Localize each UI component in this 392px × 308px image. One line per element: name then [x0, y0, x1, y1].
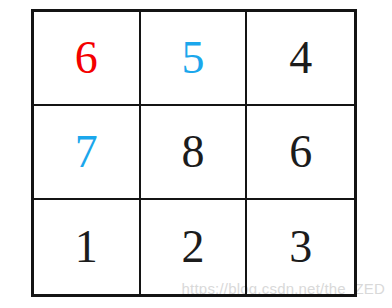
grid-cell-r1c1: 8	[141, 106, 248, 200]
grid-cell-r2c2: 3	[247, 200, 354, 294]
grid-cell-r2c0: 1	[34, 200, 141, 294]
page: https://blog.csdn.net/the_ZED 6 5 4 7 8 …	[0, 0, 392, 308]
grid-cell-r0c2: 4	[247, 12, 354, 106]
grid-cell-r0c0: 6	[34, 12, 141, 106]
grid-cell-r1c2: 6	[247, 106, 354, 200]
grid-cell-r1c0: 7	[34, 106, 141, 200]
number-grid: 6 5 4 7 8 6 1 2 3	[31, 9, 357, 297]
grid-cell-r0c1: 5	[141, 12, 248, 106]
grid-cell-r2c1: 2	[141, 200, 248, 294]
